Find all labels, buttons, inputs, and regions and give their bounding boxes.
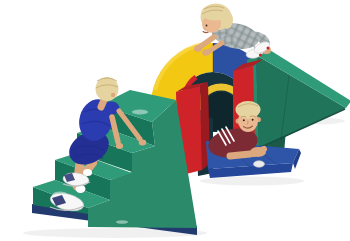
product-photo: Product photograph of a colorful soft-pl… [0,0,350,241]
climber-hand [116,143,123,149]
mat-label-patch [254,161,265,167]
mat-boy-eye [243,119,245,121]
arch-boy-hand [202,49,210,55]
mat-boy-hands [250,147,266,157]
arch-boy-hair-side [221,11,233,29]
climber-ear [111,93,115,97]
vinyl-sheen [116,220,128,224]
climber-neck [101,100,104,107]
sneaker-red-trim [267,47,270,50]
climber-hair [96,77,119,101]
vinyl-sheen [132,109,148,114]
mat-boy-forearm-left [230,154,250,156]
mat-floor-shadow [200,177,304,186]
mat-boy-eye [252,119,254,121]
sneaker-red-trim [259,53,262,56]
arch-boy-eye [206,25,208,27]
climber-hand [139,140,147,146]
soft-play-scene: Product photograph of a colorful soft-pl… [0,0,350,241]
